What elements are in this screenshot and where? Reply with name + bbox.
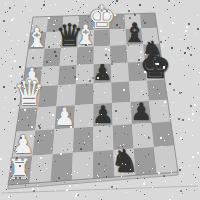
square-b6 — [43, 48, 62, 67]
square-e6 — [94, 46, 111, 64]
square-e8 — [94, 15, 110, 31]
square-a5 — [23, 67, 43, 88]
square-b3 — [35, 106, 56, 130]
square-c3 — [55, 105, 75, 129]
square-g5 — [128, 62, 147, 82]
square-f4 — [111, 81, 130, 103]
square-a8 — [31, 17, 49, 33]
square-e3 — [93, 103, 112, 127]
chess-board — [0, 0, 200, 200]
square-c2 — [53, 128, 74, 154]
square-f8 — [109, 14, 125, 30]
square-c5 — [58, 65, 77, 85]
chessboard-scene: ♚♝♛♝♝♞♚♟♟♛♟♟♟♟♞♜ — [0, 0, 200, 200]
square-e5 — [94, 63, 112, 83]
square-d8 — [78, 15, 94, 31]
square-a7 — [28, 32, 46, 49]
square-h6 — [143, 44, 162, 62]
square-d3 — [74, 104, 94, 128]
square-f5 — [111, 63, 129, 83]
square-d7 — [77, 30, 94, 47]
square-g8 — [125, 14, 142, 30]
square-h5 — [145, 61, 165, 81]
square-b4 — [38, 85, 58, 107]
square-h4 — [147, 80, 168, 101]
square-f6 — [110, 45, 128, 63]
square-b1 — [29, 154, 52, 183]
square-e7 — [94, 30, 110, 47]
square-e1 — [93, 150, 114, 179]
square-c4 — [56, 84, 75, 106]
square-d4 — [75, 83, 94, 105]
square-e4 — [94, 82, 113, 104]
square-d1 — [72, 151, 93, 180]
square-d5 — [76, 64, 94, 84]
square-g3 — [131, 101, 152, 124]
square-f3 — [112, 102, 132, 126]
square-g6 — [127, 44, 145, 62]
square-c8 — [62, 16, 79, 32]
square-f1 — [113, 149, 135, 177]
square-h2 — [151, 122, 174, 147]
square-f7 — [110, 29, 127, 46]
square-d6 — [77, 47, 94, 66]
square-g1 — [134, 147, 157, 175]
square-b7 — [45, 31, 63, 48]
square-g4 — [129, 80, 149, 102]
square-h7 — [141, 28, 159, 45]
square-c6 — [60, 47, 78, 66]
square-b8 — [47, 16, 64, 32]
square-b2 — [32, 129, 54, 156]
square-h3 — [149, 100, 171, 123]
square-c7 — [61, 31, 78, 48]
square-g7 — [126, 28, 144, 45]
square-h8 — [140, 13, 157, 28]
square-e2 — [93, 125, 113, 151]
square-b5 — [40, 66, 59, 86]
square-d2 — [73, 127, 93, 153]
square-f2 — [113, 124, 134, 150]
square-c1 — [51, 153, 73, 182]
square-a6 — [26, 49, 45, 68]
square-g2 — [132, 123, 154, 149]
